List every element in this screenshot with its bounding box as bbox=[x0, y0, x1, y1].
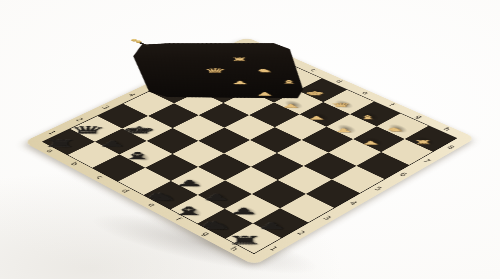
chess-set-photo-scene: abcdefgh abcdefgh 87654321 87654321 ♜♞♝♚… bbox=[0, 0, 500, 279]
piece-shadow bbox=[303, 108, 338, 125]
piece-shadow bbox=[381, 119, 417, 136]
piece-shadow bbox=[330, 120, 366, 137]
piece-shadow bbox=[125, 122, 160, 139]
piece-shadow bbox=[252, 84, 286, 100]
